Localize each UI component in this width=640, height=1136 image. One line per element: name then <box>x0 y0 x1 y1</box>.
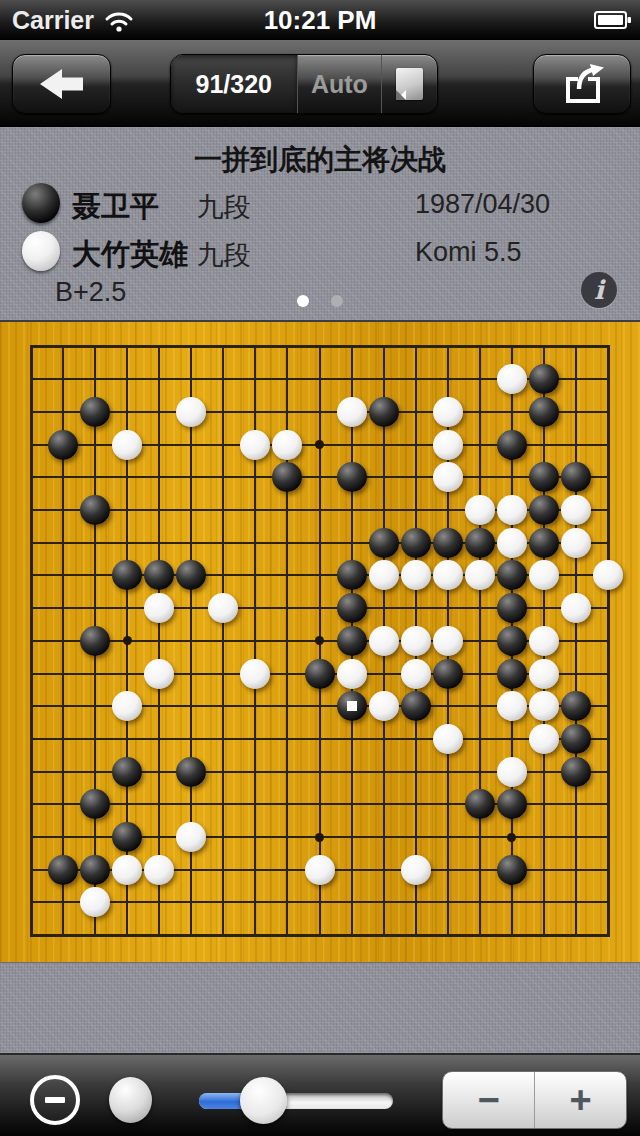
stone-black <box>112 822 142 852</box>
stone-black <box>561 462 591 492</box>
stone-white <box>176 397 206 427</box>
move-list-button[interactable] <box>381 55 437 113</box>
stone-white <box>561 593 591 623</box>
grid-line <box>30 934 610 937</box>
page-dot-inactive <box>331 295 343 307</box>
share-button[interactable] <box>533 54 631 114</box>
white-player-name: 大竹英雄 <box>72 235 188 275</box>
stone-black <box>497 855 527 885</box>
stone-black <box>272 462 302 492</box>
stone-white <box>529 691 559 721</box>
stone-black <box>561 724 591 754</box>
stone-white <box>176 822 206 852</box>
stone-white <box>305 855 335 885</box>
stone-black <box>80 855 110 885</box>
stone-white <box>240 659 270 689</box>
stone-black <box>337 593 367 623</box>
stone-black <box>497 430 527 460</box>
stone-black <box>305 659 335 689</box>
info-button[interactable]: i <box>581 272 617 308</box>
stone-color-icon[interactable] <box>109 1077 152 1123</box>
stone-black <box>401 691 431 721</box>
black-player-stone-icon <box>22 183 60 223</box>
stone-black <box>529 397 559 427</box>
stone-black <box>337 462 367 492</box>
stone-white <box>240 430 270 460</box>
star-point <box>315 636 324 645</box>
zoom-stepper: − + <box>442 1071 627 1129</box>
star-point <box>315 833 324 842</box>
stone-white <box>433 724 463 754</box>
game-title: 一拼到底的主将决战 <box>0 141 640 179</box>
stone-white <box>144 593 174 623</box>
status-bar: Carrier 10:21 PM <box>0 0 640 40</box>
white-player-rank: 九段 <box>197 237 251 273</box>
stone-black <box>80 495 110 525</box>
stone-white <box>401 855 431 885</box>
black-player-rank: 九段 <box>197 189 251 225</box>
stone-black <box>433 528 463 558</box>
komi-value: Komi 5.5 <box>415 237 522 268</box>
grid-line <box>30 901 610 903</box>
stone-black <box>465 789 495 819</box>
slider-knob[interactable] <box>240 1077 287 1124</box>
stone-white <box>208 593 238 623</box>
stone-white <box>80 887 110 917</box>
back-button[interactable] <box>12 54 111 114</box>
stone-black <box>369 397 399 427</box>
stone-white <box>433 462 463 492</box>
stone-black <box>337 691 367 721</box>
share-icon <box>558 63 606 105</box>
stone-white <box>112 691 142 721</box>
stone-white <box>144 855 174 885</box>
stone-white <box>465 560 495 590</box>
stone-white <box>112 855 142 885</box>
star-point <box>507 833 516 842</box>
stone-black <box>497 789 527 819</box>
stone-white <box>369 691 399 721</box>
stone-white <box>401 560 431 590</box>
page-dot-active <box>297 295 309 307</box>
stone-black <box>80 626 110 656</box>
stone-white <box>561 495 591 525</box>
stone-black <box>369 528 399 558</box>
stone-black <box>497 593 527 623</box>
stone-black <box>497 659 527 689</box>
stone-black <box>112 560 142 590</box>
move-nav-segmented-control: 91/320 Auto <box>170 54 438 114</box>
last-move-marker <box>347 701 357 711</box>
stone-white <box>369 626 399 656</box>
stone-black <box>337 560 367 590</box>
stone-black <box>80 789 110 819</box>
stone-white <box>401 659 431 689</box>
go-board[interactable] <box>0 322 640 962</box>
stone-white <box>144 659 174 689</box>
move-counter[interactable]: 91/320 <box>171 55 297 113</box>
stone-black <box>112 757 142 787</box>
stone-white <box>529 626 559 656</box>
stone-white <box>593 560 623 590</box>
stone-black <box>529 495 559 525</box>
back-arrow-icon <box>36 65 88 103</box>
stone-black <box>561 691 591 721</box>
clock: 10:21 PM <box>0 5 640 36</box>
black-player-name: 聂卫平 <box>72 187 159 227</box>
stone-white <box>433 430 463 460</box>
stone-white <box>529 659 559 689</box>
stone-white <box>497 364 527 394</box>
battery-icon <box>594 9 632 31</box>
stone-black <box>144 560 174 590</box>
nav-bar: 91/320 Auto <box>0 40 640 127</box>
grid-line <box>607 345 610 937</box>
stone-black <box>465 528 495 558</box>
grid-line <box>479 345 481 937</box>
stone-white <box>497 757 527 787</box>
stone-white <box>497 528 527 558</box>
stone-white <box>433 397 463 427</box>
stone-black <box>529 364 559 394</box>
stone-white <box>369 560 399 590</box>
bottom-toolbar: − + <box>0 1055 640 1136</box>
stone-black <box>529 462 559 492</box>
stone-black <box>48 855 78 885</box>
note-page-icon <box>396 68 423 100</box>
zoom-in-button[interactable]: + <box>535 1072 626 1128</box>
stone-white <box>112 430 142 460</box>
stone-white <box>337 397 367 427</box>
star-point <box>123 636 132 645</box>
stone-white <box>561 528 591 558</box>
white-player-stone-icon <box>22 231 60 271</box>
stone-white <box>337 659 367 689</box>
stone-black <box>48 430 78 460</box>
stone-black <box>497 560 527 590</box>
stone-white <box>465 495 495 525</box>
lower-linen-strip <box>0 962 640 1055</box>
stone-black <box>401 528 431 558</box>
stone-black <box>529 528 559 558</box>
stone-white <box>433 560 463 590</box>
stone-white <box>529 560 559 590</box>
stone-black <box>433 659 463 689</box>
stone-white <box>497 495 527 525</box>
page-dots <box>0 295 640 307</box>
stone-white <box>272 430 302 460</box>
game-info-panel: 一拼到底的主将决战 聂卫平 九段 1987/04/30 大竹英雄 九段 Komi… <box>0 127 640 322</box>
stone-white <box>433 626 463 656</box>
grid-line <box>30 738 610 740</box>
stone-black <box>337 626 367 656</box>
grid-line <box>575 345 577 937</box>
stone-black <box>176 757 206 787</box>
stone-black <box>497 626 527 656</box>
stone-white <box>401 626 431 656</box>
stone-black <box>561 757 591 787</box>
stone-white <box>529 724 559 754</box>
remove-stone-icon[interactable] <box>30 1075 80 1125</box>
star-point <box>315 440 324 449</box>
stone-black <box>176 560 206 590</box>
game-date: 1987/04/30 <box>415 189 550 220</box>
stone-black <box>80 397 110 427</box>
auto-play-button[interactable]: Auto <box>297 55 382 113</box>
stone-white <box>497 691 527 721</box>
board-size-slider[interactable] <box>199 1093 393 1109</box>
zoom-out-button[interactable]: − <box>443 1072 534 1128</box>
